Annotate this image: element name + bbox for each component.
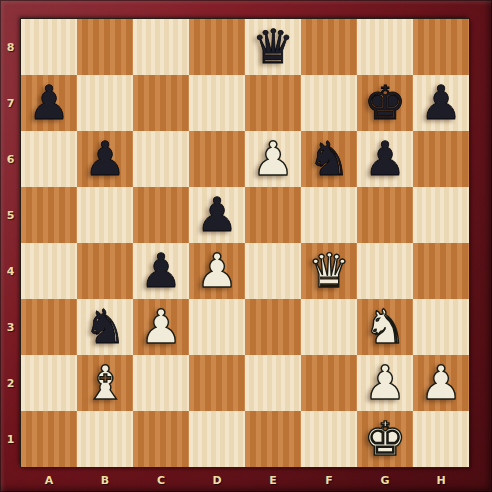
- rank-label-3: 3: [0, 299, 21, 355]
- square-g1[interactable]: ♚: [357, 411, 413, 467]
- piece-black-knight-b3[interactable]: ♞: [84, 299, 126, 355]
- square-f1[interactable]: [301, 411, 357, 467]
- square-e8[interactable]: ♛: [245, 19, 301, 75]
- rank-label-7: 7: [0, 75, 21, 131]
- piece-black-pawn-a7[interactable]: ♟: [28, 75, 70, 131]
- square-c7[interactable]: [133, 75, 189, 131]
- file-labels: ABCDEFGH: [21, 468, 469, 492]
- rank-label-5: 5: [0, 187, 21, 243]
- square-g5[interactable]: [357, 187, 413, 243]
- square-e5[interactable]: [245, 187, 301, 243]
- square-h6[interactable]: [413, 131, 469, 187]
- square-e3[interactable]: [245, 299, 301, 355]
- piece-black-queen-e8[interactable]: ♛: [252, 19, 294, 75]
- piece-white-queen-f4[interactable]: ♛: [308, 243, 350, 299]
- square-d1[interactable]: [189, 411, 245, 467]
- piece-white-pawn-h2[interactable]: ♟: [420, 355, 462, 411]
- square-c1[interactable]: [133, 411, 189, 467]
- rank-label-8: 8: [0, 19, 21, 75]
- square-a4[interactable]: [21, 243, 77, 299]
- square-h4[interactable]: [413, 243, 469, 299]
- square-a3[interactable]: [21, 299, 77, 355]
- square-c2[interactable]: [133, 355, 189, 411]
- square-f6[interactable]: ♞: [301, 131, 357, 187]
- square-f7[interactable]: [301, 75, 357, 131]
- piece-white-knight-g3[interactable]: ♞: [364, 299, 406, 355]
- square-h2[interactable]: ♟: [413, 355, 469, 411]
- square-a8[interactable]: [21, 19, 77, 75]
- file-label-e: E: [245, 468, 301, 492]
- file-label-a: A: [21, 468, 77, 492]
- square-c5[interactable]: [133, 187, 189, 243]
- rank-label-6: 6: [0, 131, 21, 187]
- rank-label-2: 2: [0, 355, 21, 411]
- square-e2[interactable]: [245, 355, 301, 411]
- square-b6[interactable]: ♟: [77, 131, 133, 187]
- square-c8[interactable]: [133, 19, 189, 75]
- square-e7[interactable]: [245, 75, 301, 131]
- square-h8[interactable]: [413, 19, 469, 75]
- square-d2[interactable]: [189, 355, 245, 411]
- rank-labels: 87654321: [0, 19, 21, 467]
- square-b1[interactable]: [77, 411, 133, 467]
- square-b3[interactable]: ♞: [77, 299, 133, 355]
- piece-black-pawn-h7[interactable]: ♟: [420, 75, 462, 131]
- square-g6[interactable]: ♟: [357, 131, 413, 187]
- square-g4[interactable]: [357, 243, 413, 299]
- square-d8[interactable]: [189, 19, 245, 75]
- square-f5[interactable]: [301, 187, 357, 243]
- file-label-c: C: [133, 468, 189, 492]
- square-e6[interactable]: ♟: [245, 131, 301, 187]
- square-e1[interactable]: [245, 411, 301, 467]
- square-a2[interactable]: [21, 355, 77, 411]
- square-b5[interactable]: [77, 187, 133, 243]
- square-d4[interactable]: ♟: [189, 243, 245, 299]
- square-a7[interactable]: ♟: [21, 75, 77, 131]
- file-label-g: G: [357, 468, 413, 492]
- square-c6[interactable]: [133, 131, 189, 187]
- piece-white-pawn-d4[interactable]: ♟: [196, 243, 238, 299]
- square-h5[interactable]: [413, 187, 469, 243]
- square-f2[interactable]: [301, 355, 357, 411]
- square-b8[interactable]: [77, 19, 133, 75]
- square-b7[interactable]: [77, 75, 133, 131]
- piece-black-pawn-g6[interactable]: ♟: [364, 131, 406, 187]
- square-g3[interactable]: ♞: [357, 299, 413, 355]
- file-label-b: B: [77, 468, 133, 492]
- square-a5[interactable]: [21, 187, 77, 243]
- piece-black-king-g7[interactable]: ♚: [364, 75, 406, 131]
- piece-black-pawn-b6[interactable]: ♟: [84, 131, 126, 187]
- rank-label-1: 1: [0, 411, 21, 467]
- piece-white-bishop-b2[interactable]: ♝: [84, 355, 126, 411]
- square-f3[interactable]: [301, 299, 357, 355]
- square-d5[interactable]: ♟: [189, 187, 245, 243]
- square-c3[interactable]: ♟: [133, 299, 189, 355]
- square-f4[interactable]: ♛: [301, 243, 357, 299]
- square-g7[interactable]: ♚: [357, 75, 413, 131]
- square-d6[interactable]: [189, 131, 245, 187]
- square-a6[interactable]: [21, 131, 77, 187]
- file-label-h: H: [413, 468, 469, 492]
- square-b4[interactable]: [77, 243, 133, 299]
- square-b2[interactable]: ♝: [77, 355, 133, 411]
- square-d3[interactable]: [189, 299, 245, 355]
- square-a1[interactable]: [21, 411, 77, 467]
- square-g2[interactable]: ♟: [357, 355, 413, 411]
- file-label-d: D: [189, 468, 245, 492]
- square-h1[interactable]: [413, 411, 469, 467]
- square-h7[interactable]: ♟: [413, 75, 469, 131]
- piece-white-pawn-g2[interactable]: ♟: [364, 355, 406, 411]
- square-e4[interactable]: [245, 243, 301, 299]
- piece-black-pawn-d5[interactable]: ♟: [196, 187, 238, 243]
- piece-black-knight-f6[interactable]: ♞: [308, 131, 350, 187]
- file-label-f: F: [301, 468, 357, 492]
- piece-white-pawn-c3[interactable]: ♟: [140, 299, 182, 355]
- chess-board: ♛♟♚♟♟♟♞♟♟♟♟♛♞♟♞♝♟♟♚: [21, 19, 469, 467]
- rank-label-4: 4: [0, 243, 21, 299]
- square-c4[interactable]: ♟: [133, 243, 189, 299]
- square-g8[interactable]: [357, 19, 413, 75]
- piece-white-king-g1[interactable]: ♚: [364, 411, 406, 467]
- piece-white-pawn-e6[interactable]: ♟: [252, 131, 294, 187]
- square-d7[interactable]: [189, 75, 245, 131]
- square-h3[interactable]: [413, 299, 469, 355]
- square-f8[interactable]: [301, 19, 357, 75]
- chess-board-frame: ♛♟♚♟♟♟♞♟♟♟♟♛♞♟♞♝♟♟♚ 87654321 ABCDEFGH: [0, 0, 492, 492]
- piece-black-pawn-c4[interactable]: ♟: [140, 243, 182, 299]
